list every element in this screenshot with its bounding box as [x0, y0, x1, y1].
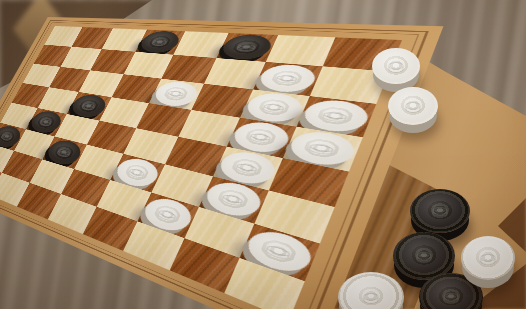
piece-glyph: ⛀	[164, 87, 187, 101]
piece-glyph: ⛀	[262, 239, 295, 264]
piece-glyph: ⛀	[246, 128, 275, 146]
piece-glyph: ⛂	[443, 287, 460, 307]
piece-glyph: ⛀	[388, 56, 405, 76]
piece-glyph: ⛂	[416, 246, 433, 266]
piece-glyph: ⛀	[305, 138, 338, 158]
piece-glyph: ⛀	[319, 106, 352, 125]
piece-glyph: ⛂	[0, 130, 15, 143]
piece-glyph: ⛀	[405, 96, 422, 116]
off-board-white-piece[interactable]: ⛀	[388, 87, 438, 125]
piece-glyph: ⛀	[273, 71, 302, 87]
piece-glyph: ⛀	[363, 287, 380, 307]
piece-glyph: ⛀	[260, 99, 289, 116]
piece-glyph: ⛀	[126, 164, 149, 181]
piece-glyph: ⛀	[155, 204, 180, 224]
off-board-black-piece[interactable]: ⛂	[410, 189, 470, 233]
piece-glyph: ⛂	[37, 115, 54, 128]
off-board-white-piece[interactable]: ⛀	[461, 236, 515, 280]
piece-glyph: ⛂	[79, 99, 98, 112]
piece-glyph: ⛀	[480, 248, 497, 268]
piece-glyph: ⛂	[432, 201, 449, 221]
piece-glyph: ⛀	[233, 158, 262, 178]
piece-glyph: ⛂	[149, 36, 170, 48]
piece-glyph: ⛂	[55, 145, 74, 160]
piece-glyph: ⛀	[219, 189, 248, 210]
checkers-photo-scene: ⛂⛂⛀⛀⛀⛀⛂⛀⛀⛂⛀⛂⛂⛀⛀⛀⛀ ⛀⛀⛂⛂⛂⛀⛀	[0, 0, 526, 309]
off-board-white-piece[interactable]: ⛀	[372, 48, 420, 84]
piece-glyph: ⛂	[234, 40, 259, 53]
